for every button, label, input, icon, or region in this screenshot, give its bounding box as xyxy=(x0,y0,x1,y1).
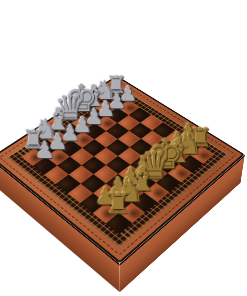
piece-black-pawn-a7[interactable]: ♟ xyxy=(35,140,55,162)
chess-box: ♜♞♝♛♚♝♞♜♟♟♟♟♟♟♟♟♟♟♟♟♟♟♟♟♜♞♝♛♚♝♞♜ xyxy=(0,75,244,263)
piece-white-rook-a1[interactable]: ♜ xyxy=(105,190,131,219)
scene: ♜♞♝♛♚♝♞♜♟♟♟♟♟♟♟♟♟♟♟♟♟♟♟♟♜♞♝♛♚♝♞♜ xyxy=(0,0,247,296)
product-photo: ♜♞♝♛♚♝♞♜♟♟♟♟♟♟♟♟♟♟♟♟♟♟♟♟♜♞♝♛♚♝♞♜ xyxy=(0,0,247,296)
